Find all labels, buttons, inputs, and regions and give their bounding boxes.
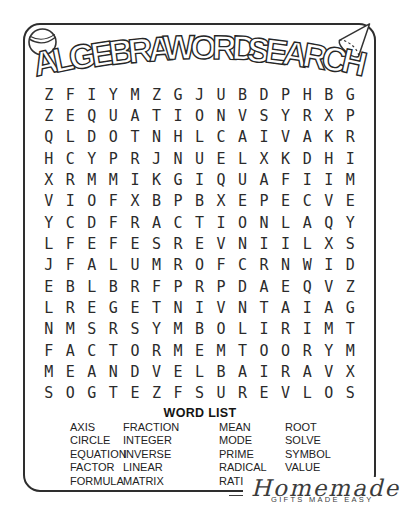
brand-logo: Homemade GIFTS MADE EASY <box>243 477 400 506</box>
grid-cell: T <box>146 297 168 318</box>
grid-cell: V <box>318 191 340 212</box>
word-list-item: INTEGER <box>123 434 219 447</box>
grid-cell: U <box>124 255 146 276</box>
grid-cell: O <box>189 105 211 126</box>
grid-cell: J <box>146 148 168 169</box>
grid-cell: I <box>189 297 211 318</box>
grid-cell: L <box>60 127 82 148</box>
word-list-column: AXISCIRCLEEQUATIONFACTORFORMULA <box>70 421 123 488</box>
grid-cell: R <box>124 212 146 233</box>
grid-cell: R <box>146 340 168 361</box>
grid-cell: S <box>124 319 146 340</box>
grid-cell: M <box>167 319 189 340</box>
grid-cell: R <box>275 361 297 382</box>
word-list-item: FACTOR <box>70 461 123 474</box>
grid-cell: F <box>60 255 82 276</box>
grid-cell: L <box>103 255 125 276</box>
grid-cell: O <box>189 255 211 276</box>
grid-cell: P <box>103 148 125 169</box>
grid-cell: H <box>167 127 189 148</box>
grid-cell: M <box>81 169 103 190</box>
grid-cell: E <box>60 361 82 382</box>
grid-cell: K <box>275 148 297 169</box>
grid-cell: A <box>124 105 146 126</box>
grid-cell: S <box>189 383 211 404</box>
grid-cell: P <box>275 84 297 105</box>
grid-cell: R <box>339 127 361 148</box>
grid-cell: G <box>103 297 125 318</box>
grid-cell: D <box>339 255 361 276</box>
grid-cell: X <box>339 361 361 382</box>
grid-cell: F <box>210 255 232 276</box>
grid-cell: B <box>318 84 340 105</box>
grid-cell: P <box>167 276 189 297</box>
grid-cell: C <box>60 148 82 169</box>
grid-cell: O <box>318 383 340 404</box>
word-list-item: PRIME <box>219 448 285 461</box>
grid-cell: R <box>167 233 189 254</box>
word-list-item: FORMULA <box>70 475 123 488</box>
grid-cell: A <box>146 212 168 233</box>
grid-cell: T <box>103 340 125 361</box>
grid-cell: F <box>38 340 60 361</box>
grid-cell: O <box>60 383 82 404</box>
word-list-item: CIRCLE <box>70 434 123 447</box>
word-list-item: MEAN <box>219 421 285 434</box>
grid-cell: P <box>210 276 232 297</box>
grid-cell: E <box>38 276 60 297</box>
grid-cell: F <box>60 84 82 105</box>
grid-cell: I <box>210 212 232 233</box>
grid-cell: L <box>38 297 60 318</box>
grid-cell: M <box>60 319 82 340</box>
grid-cell: F <box>103 191 125 212</box>
grid-cell: D <box>124 361 146 382</box>
grid-cell: C <box>232 255 254 276</box>
grid-cell: B <box>103 276 125 297</box>
grid-cell: B <box>189 191 211 212</box>
grid-cell: O <box>210 319 232 340</box>
grid-cell: M <box>210 340 232 361</box>
grid-cell: R <box>189 276 211 297</box>
grid-cell: X <box>210 191 232 212</box>
grid-cell: E <box>60 105 82 126</box>
grid-cell: E <box>253 383 275 404</box>
grid-cell: L <box>81 276 103 297</box>
grid-cell: F <box>60 233 82 254</box>
grid-cell: U <box>232 169 254 190</box>
grid-cell: V <box>146 361 168 382</box>
grid-cell: L <box>275 212 297 233</box>
grid-cell: S <box>253 105 275 126</box>
grid-cell: S <box>81 319 103 340</box>
grid-cell: E <box>275 276 297 297</box>
grid-cell: Q <box>318 212 340 233</box>
grid-cell: I <box>253 233 275 254</box>
word-list-item: RADICAL <box>219 461 285 474</box>
grid-cell: I <box>296 169 318 190</box>
grid-cell: N <box>210 105 232 126</box>
grid-cell: A <box>81 255 103 276</box>
grid-cell: V <box>232 105 254 126</box>
grid-cell: V <box>318 276 340 297</box>
grid-cell: N <box>275 255 297 276</box>
grid-cell: E <box>275 191 297 212</box>
grid-cell: A <box>296 361 318 382</box>
grid-cell: V <box>210 233 232 254</box>
grid-cell: B <box>60 276 82 297</box>
grid-cell: D <box>81 127 103 148</box>
grid-cell: X <box>38 169 60 190</box>
grid-cell: A <box>81 361 103 382</box>
grid-cell: G <box>167 169 189 190</box>
grid-cell: Z <box>38 105 60 126</box>
grid-cell: N <box>232 297 254 318</box>
grid-cell: Q <box>81 105 103 126</box>
grid-cell: O <box>232 212 254 233</box>
grid-cell: R <box>60 297 82 318</box>
grid-cell: I <box>81 84 103 105</box>
grid-cell: A <box>253 276 275 297</box>
grid-cell: W <box>296 255 318 276</box>
grid-cell: I <box>339 148 361 169</box>
grid-cell: C <box>296 191 318 212</box>
word-list-item: AXIS <box>70 421 123 434</box>
grid-cell: J <box>38 255 60 276</box>
grid-cell: F <box>167 383 189 404</box>
grid-cell: I <box>296 297 318 318</box>
grid-cell: Y <box>38 212 60 233</box>
grid-cell: A <box>318 297 340 318</box>
grid-cell: R <box>60 169 82 190</box>
grid-cell: H <box>296 84 318 105</box>
grid-cell: A <box>296 212 318 233</box>
grid-cell: Z <box>339 276 361 297</box>
grid-cell: R <box>124 148 146 169</box>
grid-cell: E <box>339 191 361 212</box>
grid-cell: R <box>296 105 318 126</box>
grid-cell: M <box>167 340 189 361</box>
grid-cell: C <box>60 212 82 233</box>
grid-cell: B <box>210 361 232 382</box>
grid-cell: A <box>275 297 297 318</box>
grid-cell: Y <box>103 84 125 105</box>
grid-cell: Y <box>339 212 361 233</box>
grid-cell: R <box>275 319 297 340</box>
grid-cell: V <box>38 191 60 212</box>
grid-cell: N <box>103 361 125 382</box>
grid-cell: U <box>210 383 232 404</box>
grid-cell: I <box>253 127 275 148</box>
grid-cell: I <box>318 169 340 190</box>
grid-cell: B <box>232 84 254 105</box>
grid-cell: E <box>232 191 254 212</box>
grid-cell: Y <box>81 148 103 169</box>
grid-cell: Z <box>38 84 60 105</box>
puzzle-title: ALGEBRAWORDSEARCH <box>49 28 351 67</box>
grid-cell: O <box>81 191 103 212</box>
grid-cell: L <box>189 361 211 382</box>
grid-cell: T <box>103 383 125 404</box>
grid-cell: A <box>60 340 82 361</box>
grid-cell: C <box>210 127 232 148</box>
grid-cell: B <box>146 191 168 212</box>
grid-cell: L <box>232 319 254 340</box>
grid-cell: P <box>253 191 275 212</box>
grid-cell: T <box>124 127 146 148</box>
grid-cell: R <box>124 276 146 297</box>
grid-cell: E <box>124 233 146 254</box>
grid-cell: T <box>232 340 254 361</box>
grid-cell: N <box>38 319 60 340</box>
grid-cell: S <box>339 233 361 254</box>
grid-cell: I <box>60 191 82 212</box>
grid-cell: N <box>167 297 189 318</box>
grid-cell: Z <box>146 383 168 404</box>
grid-cell: R <box>296 340 318 361</box>
grid-cell: I <box>318 255 340 276</box>
grid-cell: N <box>253 212 275 233</box>
grid-cell: K <box>146 169 168 190</box>
grid-cell: O <box>103 127 125 148</box>
grid-cell: F <box>103 212 125 233</box>
grid-cell: Z <box>146 84 168 105</box>
grid-cell: E <box>210 148 232 169</box>
word-list-item: INVERSE <box>123 448 219 461</box>
word-list-item: EQUATION <box>70 448 123 461</box>
grid-cell: I <box>275 233 297 254</box>
grid-cell: Q <box>210 169 232 190</box>
grid-cell: P <box>167 191 189 212</box>
grid-cell: F <box>146 276 168 297</box>
grid-cell: X <box>124 191 146 212</box>
grid-cell: D <box>296 148 318 169</box>
grid-cell: G <box>339 84 361 105</box>
grid-cell: X <box>318 105 340 126</box>
grid-cell: I <box>253 319 275 340</box>
grid-cell: H <box>318 148 340 169</box>
grid-cell: A <box>296 127 318 148</box>
grid-cell: K <box>318 127 340 148</box>
grid-cell: E <box>189 233 211 254</box>
grid-cell: M <box>339 340 361 361</box>
grid-cell: M <box>318 319 340 340</box>
grid-cell: G <box>167 84 189 105</box>
word-list-item: MODE <box>219 434 285 447</box>
grid-cell: M <box>146 255 168 276</box>
word-list-column: FRACTIONINTEGERINVERSELINEARMATRIX <box>123 421 219 488</box>
grid-cell: A <box>232 127 254 148</box>
grid-cell: L <box>232 148 254 169</box>
grid-cell: U <box>189 148 211 169</box>
grid-cell: G <box>339 297 361 318</box>
grid-cell: E <box>124 383 146 404</box>
grid-cell: X <box>318 233 340 254</box>
grid-cell: S <box>38 383 60 404</box>
grid-cell: E <box>124 297 146 318</box>
grid-cell: C <box>81 340 103 361</box>
grid-cell: U <box>210 84 232 105</box>
grid-cell: F <box>275 169 297 190</box>
grid-cell: M <box>103 169 125 190</box>
grid-cell: O <box>124 340 146 361</box>
grid-cell: I <box>189 169 211 190</box>
grid-cell: L <box>189 127 211 148</box>
word-list-item: ROOT <box>285 421 338 434</box>
grid-cell: E <box>167 361 189 382</box>
grid-cell: D <box>253 84 275 105</box>
word-list-header: WORD LIST <box>0 406 400 420</box>
grid-cell: N <box>232 233 254 254</box>
grid-cell: J <box>189 84 211 105</box>
grid-cell: V <box>275 127 297 148</box>
grid-cell: N <box>167 148 189 169</box>
grid-cell: B <box>189 319 211 340</box>
grid-cell: M <box>38 361 60 382</box>
grid-cell: T <box>253 297 275 318</box>
grid-cell: T <box>339 319 361 340</box>
grid-cell: E <box>189 340 211 361</box>
grid-cell: U <box>103 105 125 126</box>
grid-cell: D <box>81 212 103 233</box>
word-list-item: SYMBOL <box>285 448 338 461</box>
grid-cell: G <box>81 383 103 404</box>
grid-cell: S <box>339 383 361 404</box>
grid-cell: C <box>167 212 189 233</box>
grid-cell: E <box>81 297 103 318</box>
grid-cell: N <box>146 127 168 148</box>
grid-cell: R <box>253 255 275 276</box>
grid-cell: O <box>253 340 275 361</box>
grid-cell: R <box>232 383 254 404</box>
grid-cell: A <box>232 361 254 382</box>
grid-cell: M <box>124 84 146 105</box>
word-list-item: LINEAR <box>123 461 219 474</box>
grid-cell: Y <box>146 319 168 340</box>
word-list-item: FRACTION <box>123 421 219 434</box>
grid-cell: T <box>146 105 168 126</box>
grid-cell: V <box>318 361 340 382</box>
grid-cell: P <box>339 105 361 126</box>
grid-cell: V <box>210 297 232 318</box>
grid-cell: T <box>189 212 211 233</box>
grid-cell: X <box>253 148 275 169</box>
grid-cell: I <box>253 361 275 382</box>
grid-cell: Y <box>275 105 297 126</box>
grid-cell: V <box>275 383 297 404</box>
grid-cell: I <box>296 319 318 340</box>
grid-cell: F <box>103 233 125 254</box>
word-list-item: SOLVE <box>285 434 338 447</box>
grid-cell: Q <box>296 276 318 297</box>
word-search-grid: ZFIYMZGJUBDPHBGZEQUATIONVSYRXPQLDOTNHLCA… <box>38 84 361 404</box>
grid-cell: E <box>81 233 103 254</box>
grid-cell: I <box>167 105 189 126</box>
grid-cell: O <box>275 340 297 361</box>
grid-cell: I <box>124 169 146 190</box>
grid-cell: R <box>167 255 189 276</box>
grid-cell: Q <box>38 127 60 148</box>
grid-cell: L <box>296 383 318 404</box>
grid-cell: L <box>296 233 318 254</box>
grid-cell: Y <box>318 340 340 361</box>
grid-cell: H <box>38 148 60 169</box>
word-list-item: MATRIX <box>123 475 219 488</box>
word-list-item: VALUE <box>285 461 338 474</box>
grid-cell: L <box>38 233 60 254</box>
grid-cell: A <box>253 169 275 190</box>
grid-cell: S <box>146 233 168 254</box>
grid-cell: R <box>103 319 125 340</box>
grid-cell: D <box>232 276 254 297</box>
grid-cell: M <box>339 169 361 190</box>
